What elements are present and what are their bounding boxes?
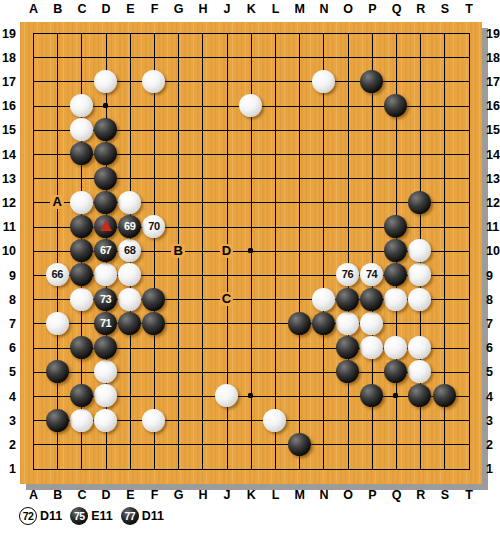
coordinate-left-2: 2 [0,437,16,453]
move-number: 76 [342,269,353,280]
stone-black-C14 [70,142,93,165]
coordinate-right-13: 13 [486,171,500,187]
coordinate-left-5: 5 [0,364,16,380]
coordinate-left-3: 3 [0,413,16,429]
stone-white-R6 [408,336,431,359]
coordinate-top-H: H [193,1,213,17]
board-label-B: B [171,244,184,258]
stone-black-D14 [94,142,117,165]
stone-black-D11 [94,215,117,238]
stone-white-R10 [408,239,431,262]
coordinate-top-E: E [120,1,140,17]
stone-white-N8 [312,288,335,311]
stone-white-C12 [70,191,93,214]
stone-black-N7 [312,312,335,335]
coordinate-top-S: S [435,1,455,17]
coordinate-bottom-K: K [241,487,261,503]
coordinate-left-7: 7 [0,316,16,332]
stone-black-R12 [408,191,431,214]
coordinate-bottom-E: E [120,487,140,503]
coordinate-bottom-A: A [24,487,44,503]
stone-black-B3 [46,409,69,432]
coordinate-top-T: T [459,1,479,17]
move-number: 74 [366,269,377,280]
hoshi-dot [393,393,398,398]
coordinate-top-Q: Q [387,1,407,17]
coordinate-right-18: 18 [486,50,500,66]
stone-black-D8: 73 [94,288,117,311]
move-number: 73 [100,294,111,305]
stone-black-D15 [94,118,117,141]
coordinate-right-12: 12 [486,195,500,211]
coordinate-right-3: 3 [486,413,500,429]
coordinate-right-19: 19 [486,26,500,42]
stone-white-L3 [263,409,286,432]
coordinate-left-1: 1 [0,461,16,477]
stone-white-C8 [70,288,93,311]
stone-black-D10: 67 [94,239,117,262]
coordinate-top-C: C [72,1,92,17]
stone-black-E7 [118,312,141,335]
coordinate-right-6: 6 [486,340,500,356]
move-number: 71 [100,318,111,329]
stone-white-B9: 66 [46,263,69,286]
coordinate-left-14: 14 [0,147,16,163]
stone-black-B5 [46,360,69,383]
coordinate-right-15: 15 [486,122,500,138]
stone-black-S4 [433,384,456,407]
go-diagram-window: ABCD706866767469677371 72D1175E1177D11 A… [0,0,500,537]
stone-black-D12 [94,191,117,214]
stone-white-C15 [70,118,93,141]
stone-black-P4 [360,384,383,407]
stone-black-D6 [94,336,117,359]
coordinate-bottom-P: P [362,487,382,503]
stone-black-M7 [288,312,311,335]
stone-white-R8 [408,288,431,311]
coordinate-left-13: 13 [0,171,16,187]
stone-white-E8 [118,288,141,311]
coordinate-bottom-F: F [145,487,165,503]
coordinate-right-7: 7 [486,316,500,332]
coordinate-right-5: 5 [486,364,500,380]
coordinate-top-N: N [314,1,334,17]
coordinate-bottom-R: R [411,487,431,503]
stone-white-O7 [336,312,359,335]
stone-white-N17 [312,70,335,93]
caption-point: E11 [91,509,113,523]
coordinate-top-O: O [338,1,358,17]
coordinate-top-A: A [24,1,44,17]
stone-white-R9 [408,263,431,286]
stone-black-O6 [336,336,359,359]
coordinate-bottom-O: O [338,487,358,503]
coordinate-bottom-Q: Q [387,487,407,503]
coordinate-top-M: M [290,1,310,17]
hoshi-dot [103,103,108,108]
stone-white-K16 [239,94,262,117]
coordinate-bottom-G: G [169,487,189,503]
stone-white-Q8 [384,288,407,311]
stone-black-M2 [288,433,311,456]
stone-white-F3 [142,409,165,432]
stone-black-Q9 [384,263,407,286]
stone-white-F11: 70 [142,215,165,238]
caption-stone-72: 72 [19,507,37,525]
hoshi-dot [248,393,253,398]
stone-white-E9 [118,263,141,286]
move-number: 69 [124,221,135,232]
stone-black-C10 [70,239,93,262]
coordinate-bottom-J: J [217,487,237,503]
caption-point: D11 [142,509,164,523]
stone-white-P6 [360,336,383,359]
stone-black-O5 [336,360,359,383]
stone-black-F7 [142,312,165,335]
coordinate-bottom-T: T [459,487,479,503]
hoshi-dot [248,248,253,253]
coordinate-left-8: 8 [0,292,16,308]
coordinate-right-16: 16 [486,98,500,114]
stone-black-C4 [70,384,93,407]
move-caption: 72D1175E1177D11 [19,505,169,527]
stone-black-Q10 [384,239,407,262]
stone-white-D3 [94,409,117,432]
coordinate-top-G: G [169,1,189,17]
coordinate-bottom-L: L [266,487,286,503]
coordinate-left-9: 9 [0,268,16,284]
coordinate-top-D: D [96,1,116,17]
coordinate-right-17: 17 [486,74,500,90]
stone-white-C3 [70,409,93,432]
triangle-marker-icon [100,220,112,231]
coordinate-right-9: 9 [486,268,500,284]
stone-white-B7 [46,312,69,335]
coordinate-bottom-H: H [193,487,213,503]
coordinate-top-J: J [217,1,237,17]
stone-white-D5 [94,360,117,383]
coordinate-bottom-S: S [435,487,455,503]
coordinate-right-10: 10 [486,243,500,259]
stone-white-D9 [94,263,117,286]
caption-point: D11 [40,509,62,523]
coordinate-right-11: 11 [486,219,500,235]
coordinate-bottom-D: D [96,487,116,503]
coordinate-top-B: B [48,1,68,17]
coordinate-right-4: 4 [486,389,500,405]
coordinate-left-18: 18 [0,50,16,66]
coordinate-left-19: 19 [0,26,16,42]
stone-white-D4 [94,384,117,407]
coordinate-right-14: 14 [486,147,500,163]
coordinate-left-4: 4 [0,389,16,405]
stone-white-P7 [360,312,383,335]
stone-white-C16 [70,94,93,117]
coordinate-bottom-B: B [48,487,68,503]
stone-white-R5 [408,360,431,383]
coordinate-left-17: 17 [0,74,16,90]
stone-white-P9: 74 [360,263,383,286]
coordinate-top-P: P [362,1,382,17]
stone-black-R4 [408,384,431,407]
caption-stone-75: 75 [70,507,88,525]
move-number: 68 [124,245,135,256]
coordinate-left-11: 11 [0,219,16,235]
coordinate-right-2: 2 [486,437,500,453]
stone-black-P17 [360,70,383,93]
coordinate-left-16: 16 [0,98,16,114]
go-board: ABCD706866767469677371 [20,22,482,484]
move-number: 66 [52,269,63,280]
coordinate-bottom-M: M [290,487,310,503]
coordinate-bottom-C: C [72,487,92,503]
stone-black-Q16 [384,94,407,117]
stone-black-Q11 [384,215,407,238]
coordinate-right-1: 1 [486,461,500,477]
board-label-C: C [220,292,233,306]
coordinate-left-10: 10 [0,243,16,259]
coordinate-top-K: K [241,1,261,17]
coordinate-right-8: 8 [486,292,500,308]
stone-black-C9 [70,263,93,286]
coordinate-left-12: 12 [0,195,16,211]
stone-white-E12 [118,191,141,214]
stone-black-O8 [336,288,359,311]
coordinate-top-F: F [145,1,165,17]
stone-white-Q6 [384,336,407,359]
stone-white-J4 [215,384,238,407]
stone-black-Q5 [384,360,407,383]
board-label-A: A [50,195,63,209]
board-grid: ABCD706866767469677371 [21,21,481,481]
coordinate-bottom-N: N [314,487,334,503]
stone-black-C11 [70,215,93,238]
stone-black-C6 [70,336,93,359]
stone-black-E11: 69 [118,215,141,238]
stone-white-D17 [94,70,117,93]
stone-black-F8 [142,288,165,311]
stone-black-D7: 71 [94,312,117,335]
stone-white-F17 [142,70,165,93]
stone-white-O9: 76 [336,263,359,286]
board-label-D: D [220,244,233,258]
move-number: 67 [100,245,111,256]
stone-black-P8 [360,288,383,311]
stone-black-D13 [94,167,117,190]
stone-white-E10: 68 [118,239,141,262]
coordinate-top-L: L [266,1,286,17]
coordinate-top-R: R [411,1,431,17]
caption-stone-77: 77 [121,507,139,525]
move-number: 70 [148,221,159,232]
coordinate-left-15: 15 [0,122,16,138]
coordinate-left-6: 6 [0,340,16,356]
